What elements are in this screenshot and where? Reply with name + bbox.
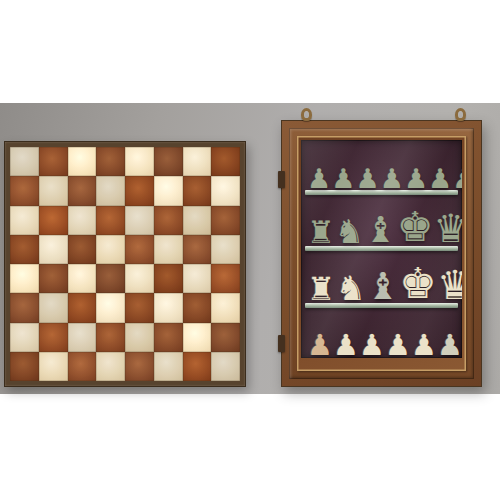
board-square: [68, 176, 97, 205]
chess-piece: ♟: [359, 331, 385, 358]
board-square: [96, 147, 125, 176]
board-square: [183, 264, 212, 293]
board-square: [10, 293, 39, 322]
cabinet-glass: ♟♟♟♟♟♟♟♟♜♞♝♚♛♝♞♜♜♞♝♚♛♞♝♜♟♟♟♟♟♟♟♟: [301, 140, 462, 358]
board-square: [39, 206, 68, 235]
board-square: [10, 235, 39, 264]
chess-piece: ♟: [307, 331, 333, 358]
board-square: [39, 323, 68, 352]
board-square: [154, 352, 183, 381]
board-square: [154, 176, 183, 205]
board-square: [96, 264, 125, 293]
board-square: [125, 235, 154, 264]
chess-piece: ♟: [385, 331, 411, 358]
board-square: [211, 264, 240, 293]
board-square: [96, 293, 125, 322]
board-square: [96, 176, 125, 205]
chess-piece: ♛: [437, 265, 462, 305]
board-square: [10, 323, 39, 352]
board-square: [39, 352, 68, 381]
board-square: [154, 323, 183, 352]
chess-piece: ♟: [380, 165, 404, 192]
chess-piece: ♟: [428, 165, 452, 192]
shelf-row: ♟♟♟♟♟♟♟♟: [304, 143, 459, 190]
board-square: [125, 206, 154, 235]
chess-piece: ♜: [307, 217, 335, 248]
hinge: [278, 335, 285, 352]
board-square: [10, 206, 39, 235]
board-square: [10, 352, 39, 381]
board-square: [39, 147, 68, 176]
board-square: [211, 293, 240, 322]
board-square: [183, 323, 212, 352]
chess-piece: ♝: [366, 268, 399, 305]
cabinet-door-molding: ♟♟♟♟♟♟♟♟♜♞♝♚♛♝♞♜♜♞♝♚♛♞♝♜♟♟♟♟♟♟♟♟: [297, 136, 466, 371]
board-square: [154, 264, 183, 293]
chess-piece: ♞: [335, 215, 365, 248]
board-square: [68, 352, 97, 381]
board-square: [39, 176, 68, 205]
shelf-row: ♜♞♝♚♛♝♞♜: [304, 195, 459, 246]
hanging-ring: [301, 108, 312, 121]
board-square: [68, 147, 97, 176]
chess-piece: ♟: [307, 165, 331, 192]
chess-piece: ♝: [364, 212, 396, 248]
board-square: [154, 293, 183, 322]
board-square: [68, 235, 97, 264]
board-square: [10, 147, 39, 176]
board-square: [39, 235, 68, 264]
shelf-row: ♜♞♝♚♛♞♝♜: [304, 251, 459, 303]
board-square: [96, 323, 125, 352]
display-cabinet: ♟♟♟♟♟♟♟♟♜♞♝♚♛♝♞♜♜♞♝♚♛♞♝♜♟♟♟♟♟♟♟♟: [281, 120, 482, 387]
chess-piece: ♟: [331, 165, 355, 192]
board-square: [68, 264, 97, 293]
cabinet-interior: ♟♟♟♟♟♟♟♟♜♞♝♚♛♝♞♜♜♞♝♚♛♞♝♜♟♟♟♟♟♟♟♟: [301, 140, 462, 358]
chess-piece: ♟: [333, 331, 359, 358]
board-square: [211, 352, 240, 381]
board-square: [183, 235, 212, 264]
board-square: [68, 206, 97, 235]
chess-piece: ♟: [452, 165, 462, 192]
chessboard-grid: [10, 147, 240, 381]
chess-piece: ♚: [397, 207, 434, 248]
board-square: [183, 352, 212, 381]
board-square: [68, 323, 97, 352]
shelf-row: ♟♟♟♟♟♟♟♟: [304, 308, 459, 358]
board-square: [125, 352, 154, 381]
board-square: [96, 352, 125, 381]
chessboard: [4, 141, 246, 387]
chess-piece: ♟: [411, 331, 437, 358]
chess-piece: ♚: [399, 263, 437, 305]
board-square: [125, 323, 154, 352]
board-square: [125, 147, 154, 176]
board-square: [211, 176, 240, 205]
board-square: [39, 264, 68, 293]
board-square: [154, 206, 183, 235]
board-square: [183, 176, 212, 205]
board-square: [125, 293, 154, 322]
chess-piece: ♟: [404, 165, 428, 192]
board-square: [211, 235, 240, 264]
board-square: [211, 206, 240, 235]
board-square: [183, 293, 212, 322]
chess-piece: ♜: [307, 273, 336, 305]
chess-piece: ♟: [355, 165, 379, 192]
board-square: [39, 293, 68, 322]
chess-piece: ♞: [336, 271, 366, 305]
board-square: [10, 176, 39, 205]
chess-piece: ♛: [433, 209, 462, 248]
board-square: [96, 206, 125, 235]
board-square: [154, 235, 183, 264]
board-square: [68, 293, 97, 322]
board-square: [211, 147, 240, 176]
board-square: [183, 147, 212, 176]
board-square: [125, 264, 154, 293]
board-square: [10, 264, 39, 293]
chess-piece: ♟: [437, 331, 462, 358]
board-square: [154, 147, 183, 176]
hinge: [278, 171, 285, 188]
cabinet-door: ♟♟♟♟♟♟♟♟♜♞♝♚♛♝♞♜♜♞♝♚♛♞♝♜♟♟♟♟♟♟♟♟: [289, 128, 474, 379]
hanging-ring: [455, 108, 466, 121]
board-square: [125, 176, 154, 205]
board-square: [211, 323, 240, 352]
photo-background: ♟♟♟♟♟♟♟♟♜♞♝♚♛♝♞♜♜♞♝♚♛♞♝♜♟♟♟♟♟♟♟♟: [0, 103, 500, 394]
board-square: [183, 206, 212, 235]
board-square: [96, 235, 125, 264]
